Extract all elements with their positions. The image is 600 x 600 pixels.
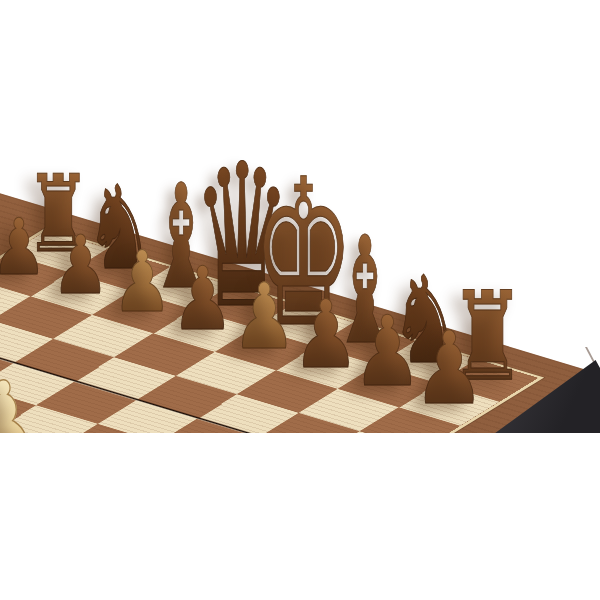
black-pawn-c7: ♟ <box>108 240 175 324</box>
black-pawn-h7: ♟ <box>409 319 489 419</box>
black-pawn-b7: ♟ <box>48 225 113 306</box>
black-pawn-a7: ♟ <box>0 209 50 287</box>
photo-crop-band <box>0 433 600 600</box>
photo-canvas: ♜♞♟♝♟♛♟♚♟♝♟♞♟♜♟♟♟ <box>0 0 600 600</box>
